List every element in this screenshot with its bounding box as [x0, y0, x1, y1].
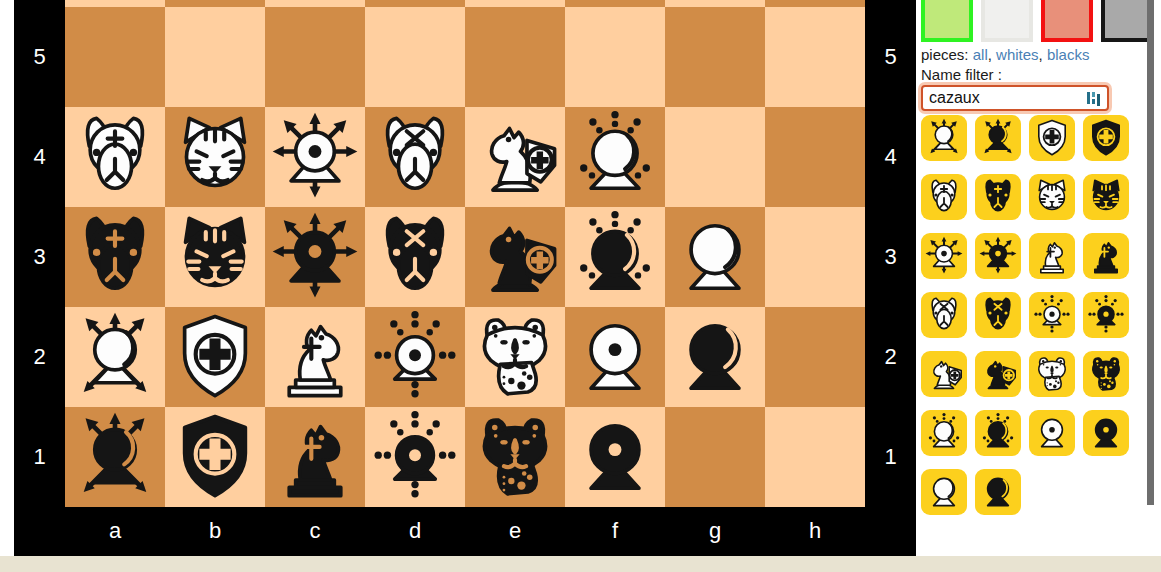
white-ball-arrows-piece: [69, 311, 161, 403]
white-ball-halo-piece: [924, 413, 964, 453]
file-label-a: a: [65, 507, 165, 556]
palette-black-tiger[interactable]: [1083, 174, 1129, 220]
square-c2[interactable]: [265, 307, 365, 407]
square-d4[interactable]: [365, 107, 465, 207]
rank-label-3: 3: [865, 207, 916, 307]
swatch-red-theme[interactable]: [1041, 0, 1093, 42]
black-knight-shield-piece: [978, 354, 1018, 394]
swatch-gray-theme[interactable]: [1101, 0, 1153, 42]
rank-label-4: 4: [865, 107, 916, 207]
rank-label-5: 5: [14, 7, 65, 107]
white-ball-piece: [924, 472, 964, 512]
square-c5[interactable]: [265, 7, 365, 107]
rank-label-3: 3: [14, 207, 65, 307]
square-a2[interactable]: [65, 307, 165, 407]
square-f6[interactable]: [565, 0, 665, 7]
square-b6[interactable]: [165, 0, 265, 7]
square-h6[interactable]: [765, 0, 865, 7]
square-e1[interactable]: [465, 407, 565, 507]
file-label-c: c: [265, 507, 365, 556]
square-f1[interactable]: [565, 407, 665, 507]
black-ball-dot-piece: [1086, 413, 1126, 453]
rank-label-5: 5: [865, 7, 916, 107]
square-g5[interactable]: [665, 7, 765, 107]
palette-black-ball-dots[interactable]: [1083, 292, 1129, 338]
palette-black-shield-plus[interactable]: [1083, 115, 1129, 161]
name-filter-input[interactable]: [929, 89, 1086, 107]
white-ball-halo-piece: [569, 111, 661, 203]
file-label-f: f: [565, 507, 665, 556]
file-label-h: h: [765, 507, 865, 556]
black-knight-cross-piece: [1086, 236, 1126, 276]
white-knight-shield-piece: [469, 111, 561, 203]
name-filter-box: [921, 85, 1109, 111]
swatch-green-theme[interactable]: [921, 0, 973, 42]
palette-white-leopard[interactable]: [1029, 351, 1075, 397]
black-wheel-arrows-piece: [269, 211, 361, 303]
white-ball-piece: [669, 211, 761, 303]
square-b4[interactable]: [165, 107, 265, 207]
swatch-white-theme[interactable]: [981, 0, 1033, 42]
square-a4[interactable]: [65, 107, 165, 207]
square-g4[interactable]: [665, 107, 765, 207]
square-e6[interactable]: [465, 0, 565, 7]
square-g6[interactable]: [665, 0, 765, 7]
black-camel-cross-piece: [978, 177, 1018, 217]
square-f3[interactable]: [565, 207, 665, 307]
square-c3[interactable]: [265, 207, 365, 307]
palette-black-ball-halo[interactable]: [975, 410, 1021, 456]
black-leopard-piece: [1086, 354, 1126, 394]
square-d6[interactable]: [365, 0, 465, 7]
filter-blacks-link[interactable]: blacks: [1047, 46, 1090, 63]
palette-white-ball-dot[interactable]: [1029, 410, 1075, 456]
white-ball-dot-piece: [1032, 413, 1072, 453]
palette-black-knight-shield[interactable]: [975, 351, 1021, 397]
square-h2[interactable]: [765, 307, 865, 407]
square-b3[interactable]: [165, 207, 265, 307]
palette-white-ball[interactable]: [921, 469, 967, 515]
square-h3[interactable]: [765, 207, 865, 307]
white-camel-x-piece: [924, 295, 964, 335]
rank-label-2: 2: [14, 307, 65, 407]
square-a3[interactable]: [65, 207, 165, 307]
palette-white-wheel-arrows[interactable]: [921, 233, 967, 279]
palette-black-wheel-arrows[interactable]: [975, 233, 1021, 279]
white-wheel-arrows-piece: [269, 111, 361, 203]
black-ball-dot-piece: [569, 411, 661, 503]
file-label-b: b: [165, 507, 265, 556]
square-a5[interactable]: [65, 7, 165, 107]
square-f2[interactable]: [565, 307, 665, 407]
black-leopard-piece: [469, 411, 561, 503]
palette-black-camel-x[interactable]: [975, 292, 1021, 338]
file-label-e: e: [465, 507, 565, 556]
rank-label-4: 4: [14, 107, 65, 207]
palette-black-ball[interactable]: [975, 469, 1021, 515]
square-a6[interactable]: [65, 0, 165, 7]
white-leopard-piece: [1032, 354, 1072, 394]
square-g1[interactable]: [665, 407, 765, 507]
square-d5[interactable]: [365, 7, 465, 107]
black-knight-shield-piece: [469, 211, 561, 303]
white-knight-cross-piece: [269, 311, 361, 403]
square-b1[interactable]: [165, 407, 265, 507]
square-e5[interactable]: [465, 7, 565, 107]
pieces-label: pieces:: [921, 46, 969, 63]
square-d1[interactable]: [365, 407, 465, 507]
rank-label-1: 1: [14, 407, 65, 507]
name-filter-label: Name filter :: [921, 66, 1002, 83]
square-b2[interactable]: [165, 307, 265, 407]
square-c1[interactable]: [265, 407, 365, 507]
bottom-strip: [0, 556, 1161, 572]
white-wheel-arrows-piece: [924, 236, 964, 276]
square-h1[interactable]: [765, 407, 865, 507]
black-knight-cross-piece: [269, 411, 361, 503]
palette-black-knight-cross[interactable]: [1083, 233, 1129, 279]
black-wheel-arrows-piece: [978, 236, 1018, 276]
black-ball-piece: [669, 311, 761, 403]
piece-palette: [921, 115, 1129, 515]
black-ball-arrows-piece: [69, 411, 161, 503]
palette-black-camel-cross[interactable]: [975, 174, 1021, 220]
palette-black-ball-dot[interactable]: [1083, 410, 1129, 456]
white-camel-cross-piece: [69, 111, 161, 203]
square-h5[interactable]: [765, 7, 865, 107]
black-ball-halo-piece: [569, 211, 661, 303]
filter-all-link[interactable]: all: [973, 46, 988, 63]
palette-white-camel-cross[interactable]: [921, 174, 967, 220]
board-theme-swatches: [921, 0, 1153, 42]
black-tiger-piece: [1086, 177, 1126, 217]
palette-white-ball-halo[interactable]: [921, 410, 967, 456]
white-camel-cross-piece: [924, 177, 964, 217]
white-ball-dots-piece: [369, 311, 461, 403]
scrollbar-thumb[interactable]: [1147, 0, 1154, 505]
black-shield-plus-piece: [1086, 118, 1126, 158]
square-g2[interactable]: [665, 307, 765, 407]
palette-white-tiger[interactable]: [1029, 174, 1075, 220]
board-squares: [65, 0, 865, 507]
square-b5[interactable]: [165, 7, 265, 107]
black-ball-dots-piece: [369, 411, 461, 503]
square-c4[interactable]: [265, 107, 365, 207]
black-camel-x-piece: [369, 211, 461, 303]
pieces-filter-line: pieces: all, whites, blacks: [921, 46, 1089, 63]
palette-white-ball-dots[interactable]: [1029, 292, 1075, 338]
square-a1[interactable]: [65, 407, 165, 507]
palette-black-leopard[interactable]: [1083, 351, 1129, 397]
square-e3[interactable]: [465, 207, 565, 307]
white-shield-plus-piece: [169, 311, 261, 403]
palette-white-ball-arrows[interactable]: [921, 115, 967, 161]
white-ball-dot-piece: [569, 311, 661, 403]
square-g3[interactable]: [665, 207, 765, 307]
palette-white-knight-cross[interactable]: [1029, 233, 1075, 279]
palette-white-knight-shield[interactable]: [921, 351, 967, 397]
palette-black-ball-arrows[interactable]: [975, 115, 1021, 161]
square-f5[interactable]: [565, 7, 665, 107]
square-d2[interactable]: [365, 307, 465, 407]
white-knight-shield-piece: [924, 354, 964, 394]
black-ball-halo-piece: [978, 413, 1018, 453]
square-e2[interactable]: [465, 307, 565, 407]
white-camel-x-piece: [369, 111, 461, 203]
square-c6[interactable]: [265, 0, 365, 7]
rank-label-1: 1: [865, 407, 916, 507]
white-tiger-piece: [169, 111, 261, 203]
white-shield-plus-piece: [1032, 118, 1072, 158]
black-camel-x-piece: [978, 295, 1018, 335]
black-ball-piece: [978, 472, 1018, 512]
file-label-d: d: [365, 507, 465, 556]
palette-white-shield-plus[interactable]: [1029, 115, 1075, 161]
file-label-g: g: [665, 507, 765, 556]
white-leopard-piece: [469, 311, 561, 403]
white-knight-cross-piece: [1032, 236, 1072, 276]
palette-white-camel-x[interactable]: [921, 292, 967, 338]
square-d3[interactable]: [365, 207, 465, 307]
rank-label-2: 2: [865, 307, 916, 407]
keyboard-icon[interactable]: [1086, 90, 1103, 107]
square-e4[interactable]: [465, 107, 565, 207]
chess-board: 54321 54321 abcdefgh: [14, 0, 916, 556]
square-f4[interactable]: [565, 107, 665, 207]
filter-whites-link[interactable]: whites: [996, 46, 1039, 63]
black-ball-arrows-piece: [978, 118, 1018, 158]
white-ball-arrows-piece: [924, 118, 964, 158]
black-shield-plus-piece: [169, 411, 261, 503]
white-ball-dots-piece: [1032, 295, 1072, 335]
black-camel-cross-piece: [69, 211, 161, 303]
square-h4[interactable]: [765, 107, 865, 207]
black-ball-dots-piece: [1086, 295, 1126, 335]
black-tiger-piece: [169, 211, 261, 303]
white-tiger-piece: [1032, 177, 1072, 217]
